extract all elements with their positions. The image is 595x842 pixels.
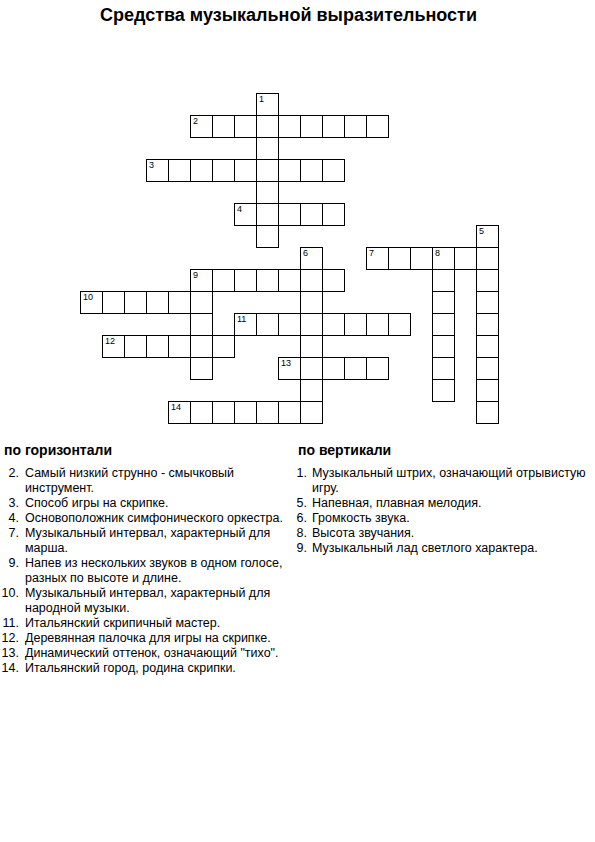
crossword-cell-r1c11[interactable] <box>322 115 345 138</box>
crossword-cell-r8c8[interactable] <box>256 269 279 292</box>
crossword-cell-r5c11[interactable] <box>322 203 345 226</box>
crossword-cell-r14c4[interactable]: 14 <box>168 401 191 424</box>
crossword-cell-r1c8[interactable] <box>256 115 279 138</box>
crossword-cell-r8c6[interactable] <box>212 269 235 292</box>
clue-number: 6. <box>295 511 307 526</box>
crossword-cell-r1c5[interactable]: 2 <box>190 115 213 138</box>
crossword-cell-r10c13[interactable] <box>366 313 389 336</box>
crossword-cell-r10c8[interactable] <box>256 313 279 336</box>
crossword-cell-r9c2[interactable] <box>124 291 147 314</box>
across-clue-item-2: 2.Самый низкий струнно - смычковыйинстру… <box>0 466 295 496</box>
across-header: по горизонтали <box>4 443 295 457</box>
crossword-cell-r10c7[interactable]: 11 <box>234 313 257 336</box>
across-clue-list: 2.Самый низкий струнно - смычковыйинстру… <box>0 466 295 676</box>
crossword-cell-r14c5[interactable] <box>190 401 213 424</box>
crossword-cell-r11c10[interactable] <box>300 335 323 358</box>
crossword-cell-r11c1[interactable]: 12 <box>102 335 125 358</box>
clue-text: Громкость звука. <box>312 511 410 526</box>
clue-text: Деревянная палочка для игры на скрипке. <box>25 631 271 646</box>
clue-text: Самый низкий струнно - смычковыйинструме… <box>25 466 234 496</box>
crossword-cell-r4c8[interactable] <box>256 181 279 204</box>
crossword-cell-r13c16[interactable] <box>432 379 455 402</box>
down-header: по вертикали <box>298 443 595 457</box>
cell-number-3: 3 <box>149 161 154 170</box>
down-clue-item-6: 6.Громкость звука. <box>295 511 595 526</box>
crossword-cell-r1c7[interactable] <box>234 115 257 138</box>
crossword-cell-r7c13[interactable]: 7 <box>366 247 389 270</box>
crossword-cell-r1c12[interactable] <box>344 115 367 138</box>
crossword-cell-r14c9[interactable] <box>278 401 301 424</box>
crossword-cell-r3c9[interactable] <box>278 159 301 182</box>
crossword-cell-r1c9[interactable] <box>278 115 301 138</box>
clue-text: Напевная, плавная мелодия. <box>312 496 481 511</box>
crossword-cell-r9c0[interactable]: 10 <box>80 291 103 314</box>
crossword-cell-r7c10[interactable]: 6 <box>300 247 323 270</box>
crossword-cell-r9c1[interactable] <box>102 291 125 314</box>
clue-text: Музыкальный интервал, характерный длямар… <box>25 526 270 556</box>
crossword-cell-r3c3[interactable]: 3 <box>146 159 169 182</box>
crossword-cell-r9c5[interactable] <box>190 291 213 314</box>
clue-text: Музыкальный интервал, характерный длянар… <box>25 586 270 616</box>
clue-text: Основоположник симфонического оркестра. <box>25 511 283 526</box>
clue-number: 9. <box>295 541 307 556</box>
crossword-cell-r6c8[interactable] <box>256 225 279 248</box>
down-clue-item-1: 1.Музыкальный штрих, означающий отрывист… <box>295 466 595 496</box>
clue-number: 9. <box>0 556 19 586</box>
crossword-cell-r8c7[interactable] <box>234 269 257 292</box>
clue-text: Итальянский город, родина скрипки. <box>25 661 236 676</box>
crossword-cell-r1c10[interactable] <box>300 115 323 138</box>
crossword-cell-r2c8[interactable] <box>256 137 279 160</box>
crossword-cell-r9c16[interactable] <box>432 291 455 314</box>
cell-number-11: 11 <box>237 315 246 324</box>
crossword-cell-r14c10[interactable] <box>300 401 323 424</box>
across-clue-item-7: 7.Музыкальный интервал, характерный длям… <box>0 526 295 556</box>
crossword-cell-r7c14[interactable] <box>388 247 411 270</box>
crossword-cell-r12c12[interactable] <box>344 357 367 380</box>
crossword-cell-r10c18[interactable] <box>476 313 499 336</box>
clue-text: Динамический оттенок, означающий "тихо". <box>25 646 279 661</box>
cell-number-9: 9 <box>193 271 198 280</box>
across-clues-section: по горизонтали 2.Самый низкий струнно - … <box>0 443 295 676</box>
crossword-cell-r5c9[interactable] <box>278 203 301 226</box>
crossword-cell-r11c16[interactable] <box>432 335 455 358</box>
across-clue-item-10: 10.Музыкальный интервал, характерный для… <box>0 586 295 616</box>
across-clue-item-13: 13.Динамический оттенок, означающий "тих… <box>0 646 295 661</box>
clue-number: 5. <box>295 496 307 511</box>
cell-number-12: 12 <box>105 337 115 346</box>
crossword-cell-r3c7[interactable] <box>234 159 257 182</box>
cell-number-14: 14 <box>171 403 181 412</box>
crossword-cell-r8c16[interactable] <box>432 269 455 292</box>
crossword-cell-r10c11[interactable] <box>322 313 345 336</box>
down-clues-section: по вертикали 1.Музыкальный штрих, означа… <box>295 443 595 556</box>
down-clue-list: 1.Музыкальный штрих, означающий отрывист… <box>295 466 595 556</box>
clue-text: Способ игры на скрипке. <box>25 496 168 511</box>
crossword-cell-r12c5[interactable] <box>190 357 213 380</box>
crossword-cell-r3c4[interactable] <box>168 159 191 182</box>
page-title: Средства музыкальной выразительности <box>0 5 577 26</box>
down-clue-item-8: 8.Высота звучания. <box>295 526 595 541</box>
crossword-cell-r12c18[interactable] <box>476 357 499 380</box>
clue-text: Итальянский скрипичный мастер. <box>25 616 220 631</box>
crossword-cell-r5c8[interactable] <box>256 203 279 226</box>
crossword-cell-r5c10[interactable] <box>300 203 323 226</box>
crossword-cell-r7c15[interactable] <box>410 247 433 270</box>
crossword-cell-r1c6[interactable] <box>212 115 235 138</box>
cell-number-6: 6 <box>303 249 308 258</box>
crossword-cell-r6c18[interactable]: 5 <box>476 225 499 248</box>
crossword-cell-r14c8[interactable] <box>256 401 279 424</box>
across-clue-item-9: 9.Напев из нескольких звуков в одном гол… <box>0 556 295 586</box>
crossword-cell-r10c12[interactable] <box>344 313 367 336</box>
crossword-cell-r10c16[interactable] <box>432 313 455 336</box>
crossword-cell-r12c13[interactable] <box>366 357 389 380</box>
clue-number: 1. <box>295 466 307 496</box>
crossword-cell-r3c6[interactable] <box>212 159 235 182</box>
cell-number-1: 1 <box>259 95 264 104</box>
crossword-cell-r10c5[interactable] <box>190 313 213 336</box>
crossword-cell-r13c18[interactable] <box>476 379 499 402</box>
crossword-cell-r11c2[interactable] <box>124 335 147 358</box>
crossword-cell-r9c10[interactable] <box>300 291 323 314</box>
across-clue-item-4: 4.Основоположник симфонического оркестра… <box>0 511 295 526</box>
crossword-cell-r8c18[interactable] <box>476 269 499 292</box>
crossword-cell-r14c6[interactable] <box>212 401 235 424</box>
crossword-grid: 1234567891011121314 <box>80 93 499 424</box>
clue-text: Высота звучания. <box>312 526 414 541</box>
clue-number: 3. <box>0 496 19 511</box>
crossword-cell-r12c11[interactable] <box>322 357 345 380</box>
clue-number: 8. <box>295 526 307 541</box>
crossword-cell-r5c7[interactable]: 4 <box>234 203 257 226</box>
clue-number: 12. <box>0 631 19 646</box>
clue-number: 14. <box>0 661 19 676</box>
crossword-cell-r11c4[interactable] <box>168 335 191 358</box>
clue-text: Музыкальный штрих, означающий отрывистую… <box>312 466 586 496</box>
crossword-cell-r8c5[interactable]: 9 <box>190 269 213 292</box>
crossword-cell-r10c9[interactable] <box>278 313 301 336</box>
crossword-cell-r12c9[interactable]: 13 <box>278 357 301 380</box>
cell-number-5: 5 <box>479 227 484 236</box>
cell-number-10: 10 <box>83 293 93 302</box>
clue-number: 7. <box>0 526 19 556</box>
clue-text: Напев из нескольких звуков в одном голос… <box>25 556 282 586</box>
cell-number-4: 4 <box>237 205 242 214</box>
crossword-cell-r8c9[interactable] <box>278 269 301 292</box>
crossword-cell-r9c4[interactable] <box>168 291 191 314</box>
clue-number: 13. <box>0 646 19 661</box>
crossword-cell-r11c5[interactable] <box>190 335 213 358</box>
crossword-cell-r3c8[interactable] <box>256 159 279 182</box>
crossword-cell-r14c18[interactable] <box>476 401 499 424</box>
crossword-cell-r7c17[interactable] <box>454 247 477 270</box>
crossword-cell-r11c3[interactable] <box>146 335 169 358</box>
crossword-cell-r3c5[interactable] <box>190 159 213 182</box>
crossword-cell-r0c8[interactable]: 1 <box>256 93 279 116</box>
cell-number-13: 13 <box>281 359 291 368</box>
crossword-cell-r10c14[interactable] <box>388 313 411 336</box>
clue-number: 2. <box>0 466 19 496</box>
crossword-cell-r3c10[interactable] <box>300 159 323 182</box>
crossword-cell-r13c10[interactable] <box>300 379 323 402</box>
crossword-cell-r12c10[interactable] <box>300 357 323 380</box>
crossword-cell-r14c7[interactable] <box>234 401 257 424</box>
crossword-cell-r7c16[interactable]: 8 <box>432 247 455 270</box>
crossword-cell-r11c18[interactable] <box>476 335 499 358</box>
clue-number: 4. <box>0 511 19 526</box>
crossword-cell-r7c18[interactable] <box>476 247 499 270</box>
clue-number: 11. <box>0 616 19 631</box>
crossword-cell-r1c13[interactable] <box>366 115 389 138</box>
clue-number: 10. <box>0 586 19 616</box>
down-clue-item-9: 9.Музыкальный лад светлого характера. <box>295 541 595 556</box>
across-clue-item-14: 14.Итальянский город, родина скрипки. <box>0 661 295 676</box>
down-clue-item-5: 5.Напевная, плавная мелодия. <box>295 496 595 511</box>
cell-number-7: 7 <box>369 249 374 258</box>
crossword-cell-r8c10[interactable] <box>300 269 323 292</box>
crossword-cell-r9c3[interactable] <box>146 291 169 314</box>
crossword-cell-r11c6[interactable] <box>212 335 235 358</box>
crossword-cell-r8c11[interactable] <box>322 269 345 292</box>
crossword-cell-r9c18[interactable] <box>476 291 499 314</box>
across-clue-item-3: 3.Способ игры на скрипке. <box>0 496 295 511</box>
across-clue-item-11: 11.Итальянский скрипичный мастер. <box>0 616 295 631</box>
clue-text: Музыкальный лад светлого характера. <box>312 541 538 556</box>
cell-number-2: 2 <box>193 117 198 126</box>
crossword-cell-r10c10[interactable] <box>300 313 323 336</box>
crossword-cell-r12c16[interactable] <box>432 357 455 380</box>
across-clue-item-12: 12.Деревянная палочка для игры на скрипк… <box>0 631 295 646</box>
crossword-cell-r3c11[interactable] <box>322 159 345 182</box>
cell-number-8: 8 <box>435 249 440 258</box>
